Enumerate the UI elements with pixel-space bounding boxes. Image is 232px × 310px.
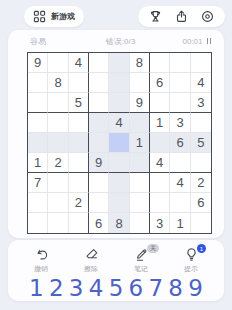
cell-r3c3[interactable]: 5 [69, 93, 89, 113]
numpad-1[interactable]: 1 [29, 275, 44, 301]
cell-r2c7[interactable]: 6 [150, 73, 170, 93]
cell-r3c7[interactable] [150, 93, 170, 113]
cell-r7c5[interactable] [109, 173, 129, 193]
cell-r9c4[interactable]: 6 [89, 213, 109, 233]
cell-r3c2[interactable] [48, 93, 68, 113]
numpad-2[interactable]: 2 [49, 275, 64, 301]
notes-button[interactable]: 关 笔记 [122, 247, 160, 274]
cell-r9c9[interactable] [191, 213, 211, 233]
cell-r5c1[interactable] [28, 133, 48, 153]
cell-r9c7[interactable]: 3 [150, 213, 170, 233]
numpad-3[interactable]: 3 [69, 275, 84, 301]
cell-r3c9[interactable]: 3 [191, 93, 211, 113]
grid-icon [33, 10, 46, 23]
controls-card: 撤销 擦除 关 笔记 1 [8, 240, 224, 301]
numpad-6[interactable]: 6 [129, 275, 144, 301]
cell-r4c3[interactable] [69, 113, 89, 133]
cell-r4c2[interactable] [48, 113, 68, 133]
cell-r5c6[interactable]: 1 [130, 133, 150, 153]
cell-r7c4[interactable] [89, 173, 109, 193]
cell-r2c5[interactable] [109, 73, 129, 93]
cell-r8c7[interactable] [150, 193, 170, 213]
cell-r8c6[interactable] [130, 193, 150, 213]
cell-r6c4[interactable]: 9 [89, 153, 109, 173]
notes-label: 笔记 [134, 264, 148, 274]
difficulty-label: 容易 [30, 36, 46, 47]
cell-r2c8[interactable] [170, 73, 190, 93]
cell-r1c6[interactable]: 8 [130, 53, 150, 73]
cell-r1c8[interactable] [170, 53, 190, 73]
cell-r8c8[interactable] [170, 193, 190, 213]
numpad-8[interactable]: 8 [168, 275, 183, 301]
cell-r1c1[interactable]: 9 [28, 53, 48, 73]
cell-r4c7[interactable]: 1 [150, 113, 170, 133]
cell-r8c3[interactable]: 2 [69, 193, 89, 213]
number-pad: 123456789 [8, 274, 224, 301]
cell-r7c6[interactable] [130, 173, 150, 193]
cell-r6c3[interactable] [69, 153, 89, 173]
cell-r1c4[interactable] [89, 53, 109, 73]
numpad-4[interactable]: 4 [89, 275, 104, 301]
cell-r7c9[interactable]: 2 [191, 173, 211, 193]
cell-r8c5[interactable] [109, 193, 129, 213]
cell-r6c8[interactable] [170, 153, 190, 173]
cell-r6c1[interactable]: 1 [28, 153, 48, 173]
undo-label: 撤销 [34, 264, 48, 274]
cell-r3c6[interactable]: 9 [130, 93, 150, 113]
new-game-label: 新游戏 [51, 11, 75, 22]
cell-r6c7[interactable]: 4 [150, 153, 170, 173]
cell-r6c9[interactable] [191, 153, 211, 173]
cell-r9c1[interactable] [28, 213, 48, 233]
cell-r5c7[interactable] [150, 133, 170, 153]
new-game-button[interactable]: 新游戏 [24, 6, 84, 27]
hint-label: 提示 [184, 264, 198, 274]
cell-r7c3[interactable] [69, 173, 89, 193]
cell-r5c9[interactable]: 5 [191, 133, 211, 153]
cell-r1c5[interactable] [109, 53, 129, 73]
cell-r4c1[interactable] [28, 113, 48, 133]
undo-button[interactable]: 撤销 [22, 247, 60, 274]
trophy-icon[interactable] [149, 10, 162, 23]
numpad-5[interactable]: 5 [109, 275, 124, 301]
cell-r7c8[interactable]: 4 [170, 173, 190, 193]
cell-r5c5[interactable] [109, 133, 129, 153]
numpad-9[interactable]: 9 [188, 275, 203, 301]
cell-r4c8[interactable]: 3 [170, 113, 190, 133]
cell-r9c3[interactable] [69, 213, 89, 233]
cell-r2c1[interactable] [28, 73, 48, 93]
erase-button[interactable]: 擦除 [72, 247, 110, 274]
cell-r1c9[interactable] [191, 53, 211, 73]
cell-r9c6[interactable] [130, 213, 150, 233]
settings-icon[interactable] [201, 10, 214, 23]
cell-r9c2[interactable] [48, 213, 68, 233]
cell-r6c5[interactable] [109, 153, 129, 173]
cell-r4c9[interactable] [191, 113, 211, 133]
cell-r2c3[interactable] [69, 73, 89, 93]
cell-r1c3[interactable]: 4 [69, 53, 89, 73]
cell-r4c6[interactable] [130, 113, 150, 133]
cell-r3c4[interactable] [89, 93, 109, 113]
cell-r9c8[interactable]: 1 [170, 213, 190, 233]
cell-r8c2[interactable] [48, 193, 68, 213]
cell-r8c1[interactable] [28, 193, 48, 213]
cell-r4c5[interactable]: 4 [109, 113, 129, 133]
cell-r2c9[interactable]: 4 [191, 73, 211, 93]
cell-r1c2[interactable] [48, 53, 68, 73]
sudoku-app: 新游戏 错误:0/3 容易 00:01 94886459341316512947 [0, 0, 232, 310]
eraser-icon [84, 247, 99, 262]
cell-r5c2[interactable] [48, 133, 68, 153]
hint-button[interactable]: 1 提示 [172, 247, 210, 274]
cell-r6c6[interactable] [130, 153, 150, 173]
cell-r7c2[interactable] [48, 173, 68, 193]
pause-button[interactable] [207, 38, 212, 44]
share-icon[interactable] [175, 10, 188, 23]
tool-row: 撤销 擦除 关 笔记 1 [8, 240, 224, 274]
notes-state-badge: 关 [147, 244, 159, 253]
top-right-toolbar [138, 6, 225, 27]
cell-r8c9[interactable]: 6 [191, 193, 211, 213]
board-card: 错误:0/3 容易 00:01 948864593413165129474226… [8, 30, 224, 238]
cell-r3c1[interactable] [28, 93, 48, 113]
erase-label: 擦除 [84, 264, 98, 274]
numpad-7[interactable]: 7 [148, 275, 163, 301]
sudoku-grid: 9488645934131651294742266831 [27, 52, 212, 234]
cell-r7c1[interactable]: 7 [28, 173, 48, 193]
cell-r9c5[interactable]: 8 [109, 213, 129, 233]
status-bar: 错误:0/3 容易 00:01 [30, 35, 211, 47]
undo-icon [34, 247, 49, 262]
cell-r8c4[interactable] [89, 193, 109, 213]
cell-r5c8[interactable]: 6 [170, 133, 190, 153]
cell-r5c4[interactable] [89, 133, 109, 153]
cell-r5c3[interactable] [69, 133, 89, 153]
cell-r1c7[interactable] [150, 53, 170, 73]
cell-r2c2[interactable]: 8 [48, 73, 68, 93]
hint-count-badge: 1 [197, 244, 206, 253]
cell-r7c7[interactable] [150, 173, 170, 193]
cell-r2c4[interactable] [89, 73, 109, 93]
cell-r4c4[interactable] [89, 113, 109, 133]
cell-r2c6[interactable] [130, 73, 150, 93]
timer: 00:01 [182, 37, 202, 46]
cell-r6c2[interactable]: 2 [48, 153, 68, 173]
cell-r3c5[interactable] [109, 93, 129, 113]
cell-r3c8[interactable] [170, 93, 190, 113]
